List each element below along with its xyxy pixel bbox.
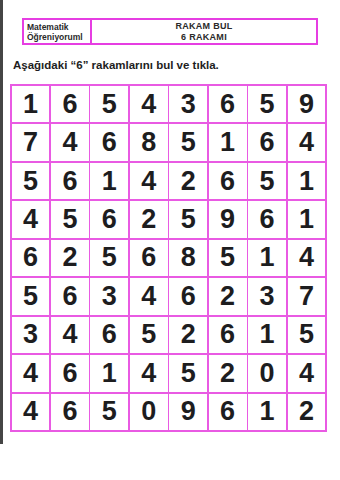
grid-cell-r8c6[interactable]: 2 [209, 355, 247, 392]
grid-cell-r3c2[interactable]: 6 [51, 163, 89, 200]
puzzle-subtitle: 6 RAKAMI [181, 32, 227, 43]
grid-cell-r9c4[interactable]: 0 [130, 394, 168, 431]
grid-cell-r9c6[interactable]: 6 [209, 394, 247, 431]
grid-cell-r9c7[interactable]: 1 [248, 394, 286, 431]
grid-cell-r6c1[interactable]: 5 [12, 278, 50, 315]
grid-cell-r1c7[interactable]: 5 [248, 86, 286, 123]
grid-cell-r2c1[interactable]: 7 [12, 124, 50, 161]
grid-cell-r2c4[interactable]: 8 [130, 124, 168, 161]
grid-cell-r8c4[interactable]: 4 [130, 355, 168, 392]
grid-cell-r3c1[interactable]: 5 [12, 163, 50, 200]
grid-cell-r6c6[interactable]: 2 [209, 278, 247, 315]
digit-grid: 1654365974685164561426514562596162568514… [10, 84, 327, 432]
grid-cell-r7c4[interactable]: 5 [130, 317, 168, 354]
grid-cell-r8c1[interactable]: 4 [12, 355, 50, 392]
grid-cell-r2c3[interactable]: 6 [90, 124, 128, 161]
grid-cell-r4c3[interactable]: 6 [90, 201, 128, 238]
grid-cell-r6c3[interactable]: 3 [90, 278, 128, 315]
grid-cell-r5c1[interactable]: 6 [12, 240, 50, 277]
grid-cell-r2c6[interactable]: 1 [209, 124, 247, 161]
grid-cell-r4c1[interactable]: 4 [12, 201, 50, 238]
grid-cell-r1c3[interactable]: 5 [90, 86, 128, 123]
grid-cell-r1c2[interactable]: 6 [51, 86, 89, 123]
grid-cell-r1c8[interactable]: 9 [288, 86, 326, 123]
grid-cell-r8c3[interactable]: 1 [90, 355, 128, 392]
grid-cell-r6c8[interactable]: 7 [288, 278, 326, 315]
grid-cell-r8c7[interactable]: 0 [248, 355, 286, 392]
grid-cell-r4c4[interactable]: 2 [130, 201, 168, 238]
grid-cell-r2c5[interactable]: 5 [169, 124, 207, 161]
grid-cell-r9c8[interactable]: 2 [288, 394, 326, 431]
grid-cell-r7c5[interactable]: 2 [169, 317, 207, 354]
grid-cell-r7c2[interactable]: 4 [51, 317, 89, 354]
grid-cell-r4c7[interactable]: 6 [248, 201, 286, 238]
grid-cell-r7c7[interactable]: 1 [248, 317, 286, 354]
grid-cell-r1c5[interactable]: 3 [169, 86, 207, 123]
badge-line-1: Matematik [27, 22, 90, 32]
grid-cell-r5c2[interactable]: 2 [51, 240, 89, 277]
grid-cell-r5c5[interactable]: 8 [169, 240, 207, 277]
grid-cell-r5c6[interactable]: 5 [209, 240, 247, 277]
grid-cell-r3c4[interactable]: 4 [130, 163, 168, 200]
puzzle-title-box: RAKAM BUL 6 RAKAMI [92, 20, 316, 43]
grid-cell-r5c7[interactable]: 1 [248, 240, 286, 277]
grid-cell-r4c8[interactable]: 1 [288, 201, 326, 238]
header-bar: Matematik Öğreniyoruml RAKAM BUL 6 RAKAM… [22, 18, 318, 45]
grid-cell-r7c8[interactable]: 5 [288, 317, 326, 354]
grid-cell-r3c8[interactable]: 1 [288, 163, 326, 200]
grid-cell-r7c1[interactable]: 3 [12, 317, 50, 354]
grid-cell-r8c2[interactable]: 6 [51, 355, 89, 392]
grid-cell-r4c6[interactable]: 9 [209, 201, 247, 238]
grid-cell-r4c2[interactable]: 5 [51, 201, 89, 238]
grid-cell-r3c7[interactable]: 5 [248, 163, 286, 200]
grid-cell-r6c2[interactable]: 6 [51, 278, 89, 315]
grid-cell-r9c5[interactable]: 9 [169, 394, 207, 431]
worksheet-page: Matematik Öğreniyoruml RAKAM BUL 6 RAKAM… [0, 0, 340, 480]
grid-cell-r9c2[interactable]: 6 [51, 394, 89, 431]
instruction-text: Aşağıdaki “6” rakamlarını bul ve tıkla. [13, 59, 219, 71]
puzzle-title: RAKAM BUL [175, 21, 232, 32]
grid-cell-r6c5[interactable]: 6 [169, 278, 207, 315]
grid-cell-r9c3[interactable]: 5 [90, 394, 128, 431]
page-edge-strip [0, 0, 3, 444]
grid-cell-r3c6[interactable]: 6 [209, 163, 247, 200]
grid-cell-r7c3[interactable]: 6 [90, 317, 128, 354]
grid-cell-r7c6[interactable]: 6 [209, 317, 247, 354]
badge-line-2: Öğreniyoruml [27, 32, 90, 42]
grid-cell-r1c6[interactable]: 6 [209, 86, 247, 123]
grid-cell-r6c4[interactable]: 4 [130, 278, 168, 315]
grid-cell-r5c4[interactable]: 6 [130, 240, 168, 277]
grid-cell-r5c3[interactable]: 5 [90, 240, 128, 277]
grid-cell-r8c8[interactable]: 4 [288, 355, 326, 392]
grid-cell-r3c3[interactable]: 1 [90, 163, 128, 200]
grid-cell-r2c7[interactable]: 6 [248, 124, 286, 161]
grid-cell-r2c8[interactable]: 4 [288, 124, 326, 161]
grid-cell-r4c5[interactable]: 5 [169, 201, 207, 238]
grid-cell-r8c5[interactable]: 5 [169, 355, 207, 392]
grid-cell-r9c1[interactable]: 4 [12, 394, 50, 431]
grid-cell-r6c7[interactable]: 3 [248, 278, 286, 315]
grid-cell-r5c8[interactable]: 4 [288, 240, 326, 277]
grid-cell-r2c2[interactable]: 4 [51, 124, 89, 161]
grid-cell-r1c4[interactable]: 4 [130, 86, 168, 123]
grid-cell-r3c5[interactable]: 2 [169, 163, 207, 200]
app-badge: Matematik Öğreniyoruml [24, 20, 92, 43]
grid-cell-r1c1[interactable]: 1 [12, 86, 50, 123]
